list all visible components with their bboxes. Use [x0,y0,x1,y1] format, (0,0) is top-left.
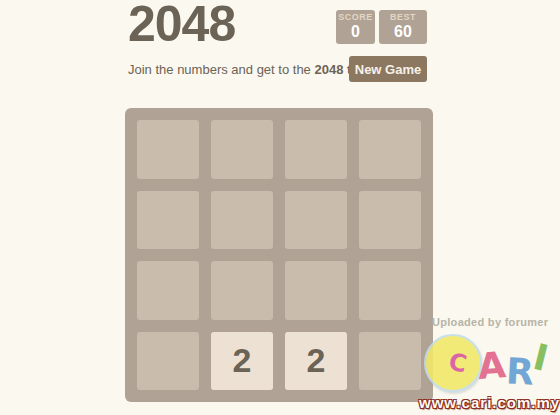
score-value: 0 [351,23,360,41]
cari-letter-a: A [477,347,507,385]
cell-r3c1 [137,261,199,320]
board-grid[interactable]: 22 [125,108,433,402]
new-game-button[interactable]: New Game [349,56,427,82]
cell-r3c2 [211,261,273,320]
cell-r2c1 [137,191,199,250]
cell-r4c3: 2 [285,332,347,391]
best-label: BEST [390,12,416,23]
score-box: SCORE 0 [336,10,375,44]
best-value: 60 [394,23,412,41]
cell-r3c4 [359,261,421,320]
page-title: 2048 [128,0,235,52]
cell-r1c4 [359,120,421,179]
game-page: 2048 SCORE 0 BEST 60 Join the numbers an… [0,0,560,415]
cell-r1c2 [211,120,273,179]
cari-letter-i: I [530,339,552,377]
cari-logo: C A R I [424,332,556,396]
tagline: Join the numbers and get to the 2048 til… [128,62,370,78]
score-label: SCORE [338,12,373,23]
cari-letter-c: C [446,347,469,378]
cell-r3c3 [285,261,347,320]
tagline-regular: Join the numbers and get to the [128,62,314,77]
cell-r4c4 [359,332,421,391]
cell-r4c1 [137,332,199,391]
cell-r1c3 [285,120,347,179]
cell-r2c2 [211,191,273,250]
cell-r2c3 [285,191,347,250]
cell-r2c4 [359,191,421,250]
watermark-uploaded-by: Uploaded by forumer [432,316,548,328]
cari-logo-c-icon: C [424,334,482,392]
tile-2: 2 [211,332,273,391]
best-box: BEST 60 [379,10,427,44]
tile-2: 2 [285,332,347,391]
cell-r1c1 [137,120,199,179]
watermark-site-url: www.cari.com.my [419,394,560,411]
cell-r4c2: 2 [211,332,273,391]
